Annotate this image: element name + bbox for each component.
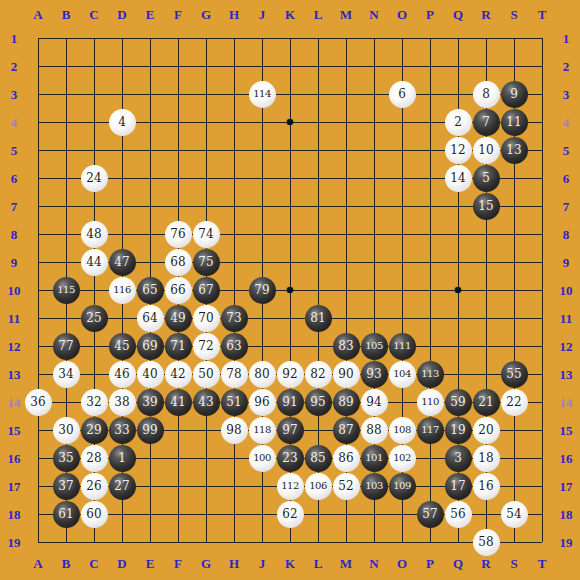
- stone-L16-move-85[interactable]: 85: [305, 445, 332, 472]
- stone-J13-move-80[interactable]: 80: [249, 361, 276, 388]
- stone-H14-move-51[interactable]: 51: [221, 389, 248, 416]
- stone-N16-move-101[interactable]: 101: [361, 445, 388, 472]
- row-label-left-7: 7: [11, 200, 18, 213]
- row-label-left-18: 18: [8, 508, 21, 521]
- col-label-top-K: K: [285, 8, 295, 21]
- col-label-top-F: F: [174, 8, 182, 21]
- stone-B15-move-30[interactable]: 30: [53, 417, 80, 444]
- row-label-right-9: 9: [563, 256, 570, 269]
- row-label-left-1: 1: [11, 32, 18, 45]
- col-label-top-Q: Q: [453, 8, 463, 21]
- stone-Q14-move-59[interactable]: 59: [445, 389, 472, 416]
- row-label-right-16: 16: [560, 452, 573, 465]
- col-label-top-A: A: [33, 8, 42, 21]
- stone-G13-move-50[interactable]: 50: [193, 361, 220, 388]
- row-label-right-1: 1: [563, 32, 570, 45]
- stone-K13-move-92[interactable]: 92: [277, 361, 304, 388]
- stone-F10-move-66[interactable]: 66: [165, 277, 192, 304]
- col-label-top-R: R: [481, 8, 490, 21]
- row-label-left-6: 6: [11, 172, 18, 185]
- col-label-top-M: M: [340, 8, 352, 21]
- stone-P13-move-113[interactable]: 113: [417, 361, 444, 388]
- stone-S3-move-9[interactable]: 9: [501, 81, 528, 108]
- row-label-left-2: 2: [11, 60, 18, 73]
- col-label-bottom-D: D: [117, 557, 126, 570]
- stone-S13-move-55[interactable]: 55: [501, 361, 528, 388]
- stone-D12-move-45[interactable]: 45: [109, 333, 136, 360]
- stone-J14-move-96[interactable]: 96: [249, 389, 276, 416]
- row-label-right-3: 3: [563, 88, 570, 101]
- col-label-bottom-A: A: [33, 557, 42, 570]
- col-label-bottom-C: C: [89, 557, 98, 570]
- stone-D15-move-33[interactable]: 33: [109, 417, 136, 444]
- stone-J16-move-100[interactable]: 100: [249, 445, 276, 472]
- stone-S18-move-54[interactable]: 54: [501, 501, 528, 528]
- stone-F12-move-71[interactable]: 71: [165, 333, 192, 360]
- stone-D10-move-116[interactable]: 116: [109, 277, 136, 304]
- stone-C14-move-32[interactable]: 32: [81, 389, 108, 416]
- stone-K15-move-97[interactable]: 97: [277, 417, 304, 444]
- col-label-top-E: E: [146, 8, 155, 21]
- stone-C17-move-26[interactable]: 26: [81, 473, 108, 500]
- col-label-bottom-M: M: [340, 557, 352, 570]
- stone-G14-move-43[interactable]: 43: [193, 389, 220, 416]
- row-label-left-8: 8: [11, 228, 18, 241]
- stone-J15-move-118[interactable]: 118: [249, 417, 276, 444]
- col-label-bottom-K: K: [285, 557, 295, 570]
- stone-C6-move-24[interactable]: 24: [81, 165, 108, 192]
- stone-F9-move-68[interactable]: 68: [165, 249, 192, 276]
- row-label-right-7: 7: [563, 200, 570, 213]
- col-label-top-S: S: [510, 8, 517, 21]
- go-move-diagram: AABBCCDDEEFFGGHHJJKKLLMMNNOOPPQQRRSSTT11…: [0, 0, 580, 580]
- stone-B10-move-115[interactable]: 115: [53, 277, 80, 304]
- stone-F8-move-76[interactable]: 76: [165, 221, 192, 248]
- row-label-left-19: 19: [8, 536, 21, 549]
- col-label-bottom-N: N: [369, 557, 378, 570]
- stone-L14-move-95[interactable]: 95: [305, 389, 332, 416]
- stone-B18-move-61[interactable]: 61: [53, 501, 80, 528]
- col-label-top-C: C: [89, 8, 98, 21]
- row-label-right-17: 17: [560, 480, 573, 493]
- stone-G8-move-74[interactable]: 74: [193, 221, 220, 248]
- col-label-bottom-H: H: [229, 557, 239, 570]
- stone-D17-move-27[interactable]: 27: [109, 473, 136, 500]
- stone-R15-move-20[interactable]: 20: [473, 417, 500, 444]
- stone-E11-move-64[interactable]: 64: [137, 305, 164, 332]
- stone-D14-move-38[interactable]: 38: [109, 389, 136, 416]
- stone-E10-move-65[interactable]: 65: [137, 277, 164, 304]
- stone-R6-move-5[interactable]: 5: [473, 165, 500, 192]
- stone-Q6-move-14[interactable]: 14: [445, 165, 472, 192]
- stone-C8-move-48[interactable]: 48: [81, 221, 108, 248]
- stone-E13-move-40[interactable]: 40: [137, 361, 164, 388]
- col-label-top-G: G: [201, 8, 211, 21]
- row-label-right-2: 2: [563, 60, 570, 73]
- row-label-right-18: 18: [560, 508, 573, 521]
- stone-R5-move-10[interactable]: 10: [473, 137, 500, 164]
- stone-K14-move-91[interactable]: 91: [277, 389, 304, 416]
- stone-M15-move-87[interactable]: 87: [333, 417, 360, 444]
- stone-Q15-move-19[interactable]: 19: [445, 417, 472, 444]
- col-label-bottom-Q: Q: [453, 557, 463, 570]
- stone-P15-move-117[interactable]: 117: [417, 417, 444, 444]
- row-label-right-6: 6: [563, 172, 570, 185]
- stone-S4-move-11[interactable]: 11: [501, 109, 528, 136]
- row-label-right-8: 8: [563, 228, 570, 241]
- row-label-left-5: 5: [11, 144, 18, 157]
- stone-D4-move-4[interactable]: 4: [109, 109, 136, 136]
- stone-H15-move-98[interactable]: 98: [221, 417, 248, 444]
- col-label-bottom-P: P: [426, 557, 434, 570]
- col-label-top-T: T: [538, 8, 547, 21]
- stone-F13-move-42[interactable]: 42: [165, 361, 192, 388]
- col-label-bottom-R: R: [481, 557, 490, 570]
- stone-Q17-move-17[interactable]: 17: [445, 473, 472, 500]
- stone-G9-move-75[interactable]: 75: [193, 249, 220, 276]
- stone-A14-move-36[interactable]: 36: [25, 389, 52, 416]
- stone-M17-move-52[interactable]: 52: [333, 473, 360, 500]
- stone-N12-move-105[interactable]: 105: [361, 333, 388, 360]
- stone-G11-move-70[interactable]: 70: [193, 305, 220, 332]
- stone-J10-move-79[interactable]: 79: [249, 277, 276, 304]
- stone-Q18-move-56[interactable]: 56: [445, 501, 472, 528]
- row-label-left-13: 13: [8, 368, 21, 381]
- stone-M16-move-86[interactable]: 86: [333, 445, 360, 472]
- row-label-left-9: 9: [11, 256, 18, 269]
- stone-C9-move-44[interactable]: 44: [81, 249, 108, 276]
- stone-P18-move-57[interactable]: 57: [417, 501, 444, 528]
- stone-G12-move-72[interactable]: 72: [193, 333, 220, 360]
- col-label-top-H: H: [229, 8, 239, 21]
- stone-O3-move-6[interactable]: 6: [389, 81, 416, 108]
- stone-R14-move-21[interactable]: 21: [473, 389, 500, 416]
- stone-G10-move-67[interactable]: 67: [193, 277, 220, 304]
- stone-O13-move-104[interactable]: 104: [389, 361, 416, 388]
- stone-B13-move-34[interactable]: 34: [53, 361, 80, 388]
- col-label-top-D: D: [117, 8, 126, 21]
- stone-D16-move-1[interactable]: 1: [109, 445, 136, 472]
- row-label-right-11: 11: [560, 312, 572, 325]
- stone-L17-move-106[interactable]: 106: [305, 473, 332, 500]
- stone-N14-move-94[interactable]: 94: [361, 389, 388, 416]
- stone-D13-move-46[interactable]: 46: [109, 361, 136, 388]
- stone-L13-move-82[interactable]: 82: [305, 361, 332, 388]
- col-label-top-N: N: [369, 8, 378, 21]
- stone-R7-move-15[interactable]: 15: [473, 193, 500, 220]
- stone-R19-move-58[interactable]: 58: [473, 529, 500, 556]
- stone-F11-move-49[interactable]: 49: [165, 305, 192, 332]
- stone-C15-move-29[interactable]: 29: [81, 417, 108, 444]
- stone-M13-move-90[interactable]: 90: [333, 361, 360, 388]
- stone-N13-move-93[interactable]: 93: [361, 361, 388, 388]
- row-label-left-14: 14: [8, 396, 21, 409]
- stone-S14-move-22[interactable]: 22: [501, 389, 528, 416]
- col-label-top-P: P: [426, 8, 434, 21]
- row-label-right-10: 10: [560, 284, 573, 297]
- stone-B17-move-37[interactable]: 37: [53, 473, 80, 500]
- stone-N15-move-88[interactable]: 88: [361, 417, 388, 444]
- row-label-right-4: 4: [563, 116, 570, 129]
- row-label-right-14: 14: [560, 396, 573, 409]
- col-label-bottom-J: J: [259, 557, 266, 570]
- col-label-top-O: O: [397, 8, 407, 21]
- stone-N17-move-103[interactable]: 103: [361, 473, 388, 500]
- row-label-left-4: 4: [11, 116, 18, 129]
- stone-B12-move-77[interactable]: 77: [53, 333, 80, 360]
- col-label-bottom-S: S: [510, 557, 517, 570]
- stone-D9-move-47[interactable]: 47: [109, 249, 136, 276]
- row-label-right-13: 13: [560, 368, 573, 381]
- row-label-left-15: 15: [8, 424, 21, 437]
- stone-E14-move-39[interactable]: 39: [137, 389, 164, 416]
- row-label-left-16: 16: [8, 452, 21, 465]
- col-label-bottom-L: L: [314, 557, 323, 570]
- stone-O15-move-108[interactable]: 108: [389, 417, 416, 444]
- stone-C18-move-60[interactable]: 60: [81, 501, 108, 528]
- stone-C11-move-25[interactable]: 25: [81, 305, 108, 332]
- col-label-bottom-T: T: [538, 557, 547, 570]
- row-label-left-11: 11: [8, 312, 20, 325]
- stone-P14-move-110[interactable]: 110: [417, 389, 444, 416]
- stone-H12-move-63[interactable]: 63: [221, 333, 248, 360]
- stone-R16-move-18[interactable]: 18: [473, 445, 500, 472]
- stone-K16-move-23[interactable]: 23: [277, 445, 304, 472]
- stone-E12-move-69[interactable]: 69: [137, 333, 164, 360]
- stone-O17-move-109[interactable]: 109: [389, 473, 416, 500]
- col-label-bottom-F: F: [174, 557, 182, 570]
- row-label-right-15: 15: [560, 424, 573, 437]
- col-label-bottom-O: O: [397, 557, 407, 570]
- col-label-bottom-E: E: [146, 557, 155, 570]
- stone-Q4-move-2[interactable]: 2: [445, 109, 472, 136]
- stone-R3-move-8[interactable]: 8: [473, 81, 500, 108]
- stone-E15-move-99[interactable]: 99: [137, 417, 164, 444]
- row-label-left-12: 12: [8, 340, 21, 353]
- stone-J3-move-114[interactable]: 114: [249, 81, 276, 108]
- row-label-right-12: 12: [560, 340, 573, 353]
- stone-Q16-move-3[interactable]: 3: [445, 445, 472, 472]
- stone-Q5-move-12[interactable]: 12: [445, 137, 472, 164]
- col-label-top-L: L: [314, 8, 323, 21]
- stone-K17-move-112[interactable]: 112: [277, 473, 304, 500]
- col-label-top-J: J: [259, 8, 266, 21]
- row-label-right-19: 19: [560, 536, 573, 549]
- row-label-left-17: 17: [8, 480, 21, 493]
- row-label-right-5: 5: [563, 144, 570, 157]
- row-label-left-3: 3: [11, 88, 18, 101]
- col-label-bottom-G: G: [201, 557, 211, 570]
- stone-H11-move-73[interactable]: 73: [221, 305, 248, 332]
- stone-M12-move-83[interactable]: 83: [333, 333, 360, 360]
- stone-R17-move-16[interactable]: 16: [473, 473, 500, 500]
- stone-L11-move-81[interactable]: 81: [305, 305, 332, 332]
- stone-M14-move-89[interactable]: 89: [333, 389, 360, 416]
- stone-K18-move-62[interactable]: 62: [277, 501, 304, 528]
- stone-R4-move-7[interactable]: 7: [473, 109, 500, 136]
- stone-O12-move-111[interactable]: 111: [389, 333, 416, 360]
- stone-S5-move-13[interactable]: 13: [501, 137, 528, 164]
- stone-H13-move-78[interactable]: 78: [221, 361, 248, 388]
- row-label-left-10: 10: [8, 284, 21, 297]
- stone-B16-move-35[interactable]: 35: [53, 445, 80, 472]
- stone-F14-move-41[interactable]: 41: [165, 389, 192, 416]
- col-label-bottom-B: B: [62, 557, 71, 570]
- goban[interactable]: 1234567891011121314151617181920212223242…: [24, 24, 556, 556]
- stone-O16-move-102[interactable]: 102: [389, 445, 416, 472]
- stone-C16-move-28[interactable]: 28: [81, 445, 108, 472]
- col-label-top-B: B: [62, 8, 71, 21]
